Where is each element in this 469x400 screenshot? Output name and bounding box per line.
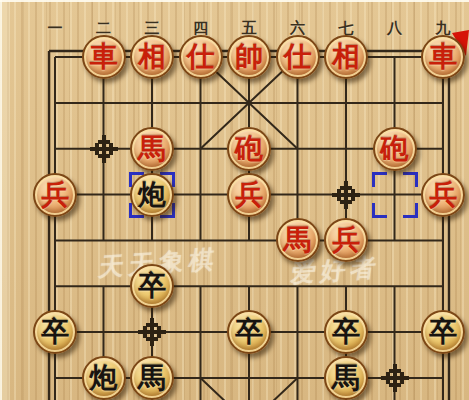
red-piece-砲[interactable]: 砲 <box>227 127 271 171</box>
window-edge-left <box>0 0 2 400</box>
piece-character: 兵 <box>235 181 263 209</box>
piece-character: 炮 <box>138 181 166 209</box>
piece-character: 卒 <box>41 318 69 346</box>
red-piece-車[interactable]: 車 <box>421 35 465 79</box>
last-move-from-marker <box>372 172 418 218</box>
point-mark-cross <box>136 316 168 348</box>
red-piece-砲[interactable]: 砲 <box>373 127 417 171</box>
piece-character: 相 <box>332 43 360 71</box>
piece-character: 車 <box>429 43 457 71</box>
black-piece-炮[interactable]: 炮 <box>130 173 174 217</box>
point-mark-cross <box>88 133 120 165</box>
piece-character: 馬 <box>138 364 166 392</box>
piece-character: 卒 <box>138 272 166 300</box>
red-piece-兵[interactable]: 兵 <box>324 218 368 262</box>
piece-character: 砲 <box>381 135 409 163</box>
piece-character: 車 <box>90 43 118 71</box>
piece-character: 兵 <box>332 226 360 254</box>
black-piece-卒[interactable]: 卒 <box>227 310 271 354</box>
window-edge-top <box>0 0 469 2</box>
piece-character: 卒 <box>429 318 457 346</box>
black-piece-炮[interactable]: 炮 <box>82 356 126 400</box>
piece-character: 帥 <box>235 43 263 71</box>
column-label-7: 七 <box>339 21 354 36</box>
column-label-2: 二 <box>96 21 111 36</box>
piece-character: 卒 <box>332 318 360 346</box>
piece-character: 馬 <box>284 226 312 254</box>
red-piece-兵[interactable]: 兵 <box>421 173 465 217</box>
point-mark-cross <box>379 362 411 394</box>
piece-character: 砲 <box>235 135 263 163</box>
column-label-1: 一 <box>48 21 63 36</box>
red-piece-馬[interactable]: 馬 <box>276 218 320 262</box>
red-piece-相[interactable]: 相 <box>324 35 368 79</box>
red-piece-兵[interactable]: 兵 <box>33 173 77 217</box>
red-piece-馬[interactable]: 馬 <box>130 127 174 171</box>
black-piece-卒[interactable]: 卒 <box>421 310 465 354</box>
piece-character: 相 <box>138 43 166 71</box>
column-label-3: 三 <box>145 21 160 36</box>
piece-character: 馬 <box>332 364 360 392</box>
black-piece-卒[interactable]: 卒 <box>130 264 174 308</box>
red-piece-兵[interactable]: 兵 <box>227 173 271 217</box>
black-piece-馬[interactable]: 馬 <box>130 356 174 400</box>
piece-character: 炮 <box>90 364 118 392</box>
column-label-8: 八 <box>387 21 402 36</box>
piece-character: 卒 <box>235 318 263 346</box>
xiangqi-board[interactable]: 天天象棋 爱好者 一二三四五六七八九 車相仕帥仕相車馬砲砲兵炮兵兵馬兵卒卒卒卒卒… <box>0 0 469 400</box>
red-piece-仕[interactable]: 仕 <box>276 35 320 79</box>
black-piece-馬[interactable]: 馬 <box>324 356 368 400</box>
piece-character: 兵 <box>41 181 69 209</box>
red-piece-仕[interactable]: 仕 <box>179 35 223 79</box>
piece-character: 仕 <box>284 43 312 71</box>
red-piece-車[interactable]: 車 <box>82 35 126 79</box>
black-piece-卒[interactable]: 卒 <box>324 310 368 354</box>
black-piece-卒[interactable]: 卒 <box>33 310 77 354</box>
piece-character: 仕 <box>187 43 215 71</box>
piece-character: 馬 <box>138 135 166 163</box>
column-label-4: 四 <box>193 21 208 36</box>
red-piece-帥[interactable]: 帥 <box>227 35 271 79</box>
column-label-5: 五 <box>242 21 257 36</box>
red-piece-相[interactable]: 相 <box>130 35 174 79</box>
column-label-6: 六 <box>290 21 305 36</box>
column-label-9: 九 <box>436 21 451 36</box>
point-mark-cross <box>330 179 362 211</box>
piece-character: 兵 <box>429 181 457 209</box>
